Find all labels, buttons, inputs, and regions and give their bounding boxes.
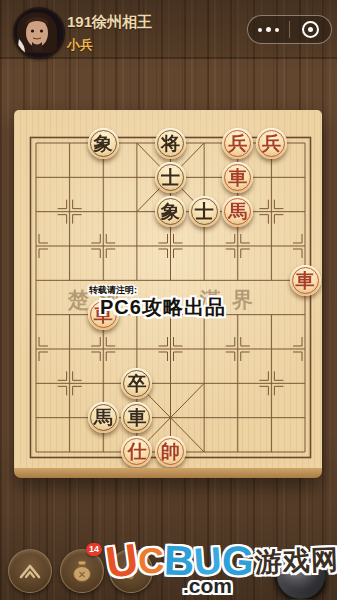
board-surface: 楚河 漢界 象将兵兵士車象士馬車車卒馬車仕帥 [14, 110, 322, 468]
menu-dot-icon [258, 28, 262, 32]
piece-character: 士 [195, 202, 214, 221]
bag-badge: 14 [86, 543, 102, 556]
more-button[interactable] [248, 16, 289, 43]
piece-black-soldier[interactable]: 卒 [121, 368, 152, 399]
piece-black-elephant[interactable]: 象 [155, 196, 186, 227]
piece-character: 兵 [262, 134, 281, 153]
piece-character: 象 [94, 134, 113, 153]
piece-character: 兵 [228, 134, 247, 153]
piece-red-chariot[interactable]: 車 [290, 265, 321, 296]
piece-red-soldier[interactable]: 兵 [256, 128, 287, 159]
watermark-pc6: PC6攻略出品 [100, 294, 226, 321]
piece-character: 車 [296, 271, 315, 290]
piece-character: 馬 [228, 202, 247, 221]
rank-label: 小兵 [67, 36, 93, 54]
piece-black-advisor[interactable]: 士 [155, 162, 186, 193]
money-bag-icon [69, 558, 95, 584]
target-circle-icon [302, 21, 319, 38]
ucbug-letter: C [137, 539, 165, 582]
piece-character: 車 [127, 408, 146, 427]
piece-character: 馬 [94, 408, 113, 427]
level-title: 191徐州相王 [67, 13, 152, 32]
piece-character: 車 [228, 168, 247, 187]
piece-red-soldier[interactable]: 兵 [222, 128, 253, 159]
ucbug-suffix: 游戏网 [255, 542, 337, 581]
miniprogram-capsule [247, 15, 332, 44]
piece-character: 将 [161, 134, 180, 153]
piece-character: 帥 [161, 442, 180, 461]
piece-black-elephant[interactable]: 象 [88, 128, 119, 159]
game-screen: 191徐州相王 小兵 楚河 漢界 象将兵兵士車象士馬車車卒馬車仕帥 转载请注明:… [0, 0, 337, 600]
piece-black-horse[interactable]: 馬 [88, 402, 119, 433]
avatar [13, 7, 65, 59]
piece-character: 象 [161, 202, 180, 221]
menu-dot-icon [275, 28, 279, 32]
watermark-domain: .com [183, 574, 232, 598]
piece-black-general[interactable]: 将 [155, 128, 186, 159]
piece-black-advisor[interactable]: 士 [189, 196, 220, 227]
piece-character: 卒 [127, 374, 146, 393]
chevron-up-icon [18, 562, 42, 580]
close-button[interactable] [290, 16, 331, 43]
piece-red-chariot[interactable]: 車 [222, 162, 253, 193]
avatar-portrait [15, 9, 59, 53]
menu-dot-icon [266, 27, 272, 33]
piece-character: 士 [161, 168, 180, 187]
piece-character: 仕 [127, 442, 146, 461]
board-edge [14, 468, 322, 478]
ucbug-letter: U [103, 534, 141, 588]
expand-button[interactable] [8, 549, 52, 593]
